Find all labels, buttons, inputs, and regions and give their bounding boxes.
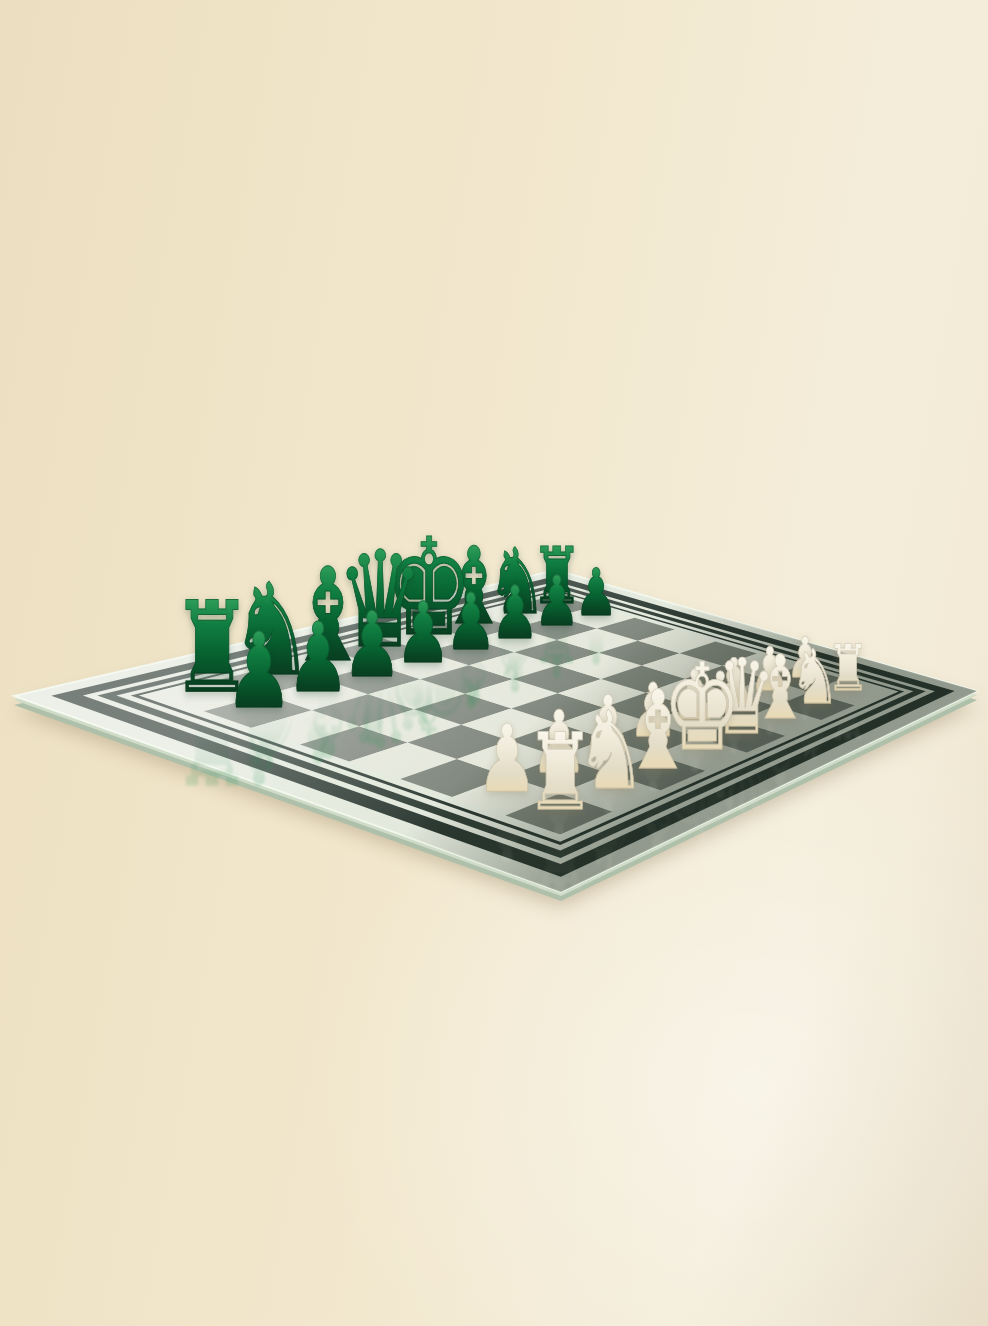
piece-glyph: ♛	[336, 534, 424, 667]
glass-reflection: ♟	[534, 617, 580, 686]
glass-reflection: ♝	[622, 755, 694, 864]
piece-glyph: ♟	[491, 575, 539, 648]
piece-glyph: ♟	[534, 567, 580, 636]
glass-reflection: ♟	[531, 761, 588, 847]
glass-reflection: ♟	[445, 639, 497, 717]
glass-reflection: ♟	[582, 743, 634, 822]
glass-reflection: ♝	[285, 644, 371, 773]
piece-glyph: ♚	[384, 521, 473, 655]
piece-glyph: ♝	[285, 551, 371, 680]
piece-glyph: ♟	[342, 600, 402, 690]
piece-glyph: ♟	[395, 591, 451, 675]
glass-reflection: ♛	[336, 630, 424, 763]
piece-glyph: ♜	[827, 635, 869, 699]
glass-reflection: ♟	[672, 711, 718, 780]
piece-glyph: ♞	[230, 568, 314, 695]
piece-glyph: ♟	[286, 610, 350, 706]
piece-glyph: ♞	[791, 640, 841, 715]
glass-reflection: ♟	[750, 682, 790, 742]
glass-reflection: ♚	[662, 734, 742, 854]
glass-reflection: ♟	[476, 780, 538, 873]
glass-reflection: ♛	[708, 720, 777, 824]
piece-glyph: ♟	[582, 686, 634, 765]
piece-glyph: ♟	[786, 629, 823, 685]
piece-glyph: ♜	[171, 585, 254, 710]
piece-glyph: ♟	[672, 661, 718, 730]
glass-reflection: ♟	[786, 670, 823, 726]
piece-glyph: ♝	[622, 676, 694, 785]
glass-reflection: ♟	[713, 696, 755, 760]
piece-glyph: ♟	[476, 713, 538, 806]
photo-backdrop: ♜♜♞♞♝♝♛♛♚♚♝♝♞♞♜♜♟♟♟♟♟♟♟♟♟♟♟♟♟♟♟♟♟♟♟♟♟♟♟♟…	[0, 0, 988, 1326]
glass-reflection: ♝	[439, 610, 509, 716]
glass-reflection: ♜	[171, 675, 254, 800]
pieces-layer: ♜♜♞♞♝♝♛♛♚♚♝♝♞♞♜♜♟♟♟♟♟♟♟♟♟♟♟♟♟♟♟♟♟♟♟♟♟♟♟♟…	[0, 0, 988, 1326]
glass-reflection: ♟	[491, 628, 539, 701]
glass-reflection: ♟	[575, 607, 618, 672]
piece-glyph: ♟	[224, 619, 293, 723]
piece-glyph: ♞	[575, 697, 647, 805]
glass-reflection: ♞	[575, 775, 647, 883]
glass-reflection: ♟	[286, 679, 350, 775]
piece-glyph: ♟	[628, 673, 677, 747]
piece-glyph: ♝	[439, 534, 509, 640]
piece-glyph: ♝	[751, 643, 809, 731]
glass-reflection: ♚	[384, 617, 473, 751]
glass-reflection: ♜	[531, 593, 583, 671]
piece-glyph: ♜	[531, 537, 583, 615]
piece-glyph: ♛	[708, 645, 777, 749]
glass-reflection: ♜	[525, 796, 595, 902]
piece-glyph: ♞	[486, 536, 546, 627]
glass-reflection: ♝	[751, 706, 809, 794]
piece-glyph: ♚	[662, 648, 742, 768]
glass-reflection: ♞	[230, 659, 314, 786]
piece-glyph: ♟	[445, 583, 497, 661]
glass-reflection: ♟	[224, 694, 293, 798]
piece-glyph: ♟	[531, 699, 588, 785]
piece-glyph: ♟	[575, 560, 618, 625]
glass-reflection: ♟	[342, 665, 402, 755]
glass-reflection: ♞	[486, 601, 546, 692]
piece-glyph: ♟	[750, 639, 790, 699]
glass-reflection: ♜	[827, 681, 869, 745]
glass-reflection: ♟	[628, 726, 677, 800]
piece-glyph: ♟	[713, 650, 755, 714]
glass-reflection: ♟	[395, 652, 451, 736]
glass-reflection: ♞	[791, 694, 841, 769]
piece-glyph: ♜	[525, 720, 595, 826]
